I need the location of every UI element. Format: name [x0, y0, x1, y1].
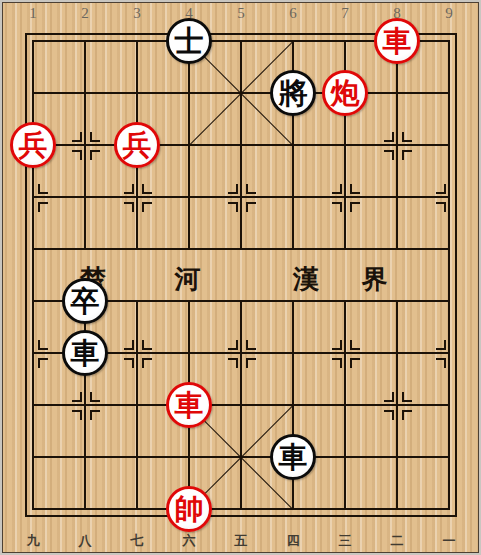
point-marker-f2r3 [90, 132, 100, 142]
point-marker-f7r7 [332, 340, 342, 350]
point-marker-f8r8 [384, 410, 394, 420]
grid-line-file-3-bottom [136, 301, 138, 509]
point-marker-f2r3 [72, 150, 82, 160]
point-marker-f3r7 [142, 340, 152, 350]
point-marker-f1r7 [38, 358, 48, 368]
red-cannon[interactable]: 炮 [322, 70, 368, 116]
grid-line-file-5-bottom [240, 301, 242, 509]
point-marker-f7r4 [350, 184, 360, 194]
point-marker-f3r7 [142, 358, 152, 368]
point-marker-f2r8 [72, 410, 82, 420]
point-marker-f7r7 [350, 340, 360, 350]
point-marker-f8r8 [402, 392, 412, 402]
point-marker-f5r4 [246, 184, 256, 194]
coord-bottom-三: 三 [330, 532, 360, 550]
coord-top-6: 6 [278, 5, 308, 22]
grid-line-file-5-top [240, 41, 242, 249]
point-marker-f2r8 [90, 410, 100, 420]
point-marker-f7r7 [350, 358, 360, 368]
black-chariot[interactable]: 車 [62, 330, 108, 376]
coord-bottom-九: 九 [18, 532, 48, 550]
grid-line-file-2-top [84, 41, 86, 249]
point-marker-f8r3 [402, 132, 412, 142]
point-marker-f3r7 [124, 358, 134, 368]
point-marker-f2r3 [90, 150, 100, 160]
point-marker-f2r8 [90, 392, 100, 402]
point-marker-f5r4 [228, 202, 238, 212]
grid-line-file-9 [448, 41, 450, 509]
grid-line-file-1 [32, 41, 34, 509]
black-advisor[interactable]: 士 [166, 18, 212, 64]
point-marker-f7r7 [332, 358, 342, 368]
grid-line-file-8-top [396, 41, 398, 249]
coord-bottom-五: 五 [226, 532, 256, 550]
coord-top-1: 1 [18, 5, 48, 22]
point-marker-f9r4 [436, 202, 446, 212]
point-marker-f2r3 [72, 132, 82, 142]
river-label-han-jie: 漢 界 [293, 262, 388, 297]
point-marker-f9r7 [436, 358, 446, 368]
point-marker-f3r4 [124, 184, 134, 194]
black-chariot[interactable]: 車 [270, 434, 316, 480]
point-marker-f5r7 [246, 340, 256, 350]
red-soldier[interactable]: 兵 [114, 122, 160, 168]
black-soldier[interactable]: 卒 [62, 278, 108, 324]
point-marker-f3r4 [124, 202, 134, 212]
point-marker-f1r4 [38, 202, 48, 212]
point-marker-f9r4 [436, 184, 446, 194]
point-marker-f5r7 [246, 358, 256, 368]
point-marker-f5r7 [228, 340, 238, 350]
coord-top-7: 7 [330, 5, 360, 22]
point-marker-f8r3 [402, 150, 412, 160]
red-general[interactable]: 帥 [166, 486, 212, 532]
grid-line-file-7-bottom [344, 301, 346, 509]
point-marker-f9r7 [436, 340, 446, 350]
point-marker-f1r7 [38, 340, 48, 350]
point-marker-f7r4 [332, 184, 342, 194]
coord-bottom-二: 二 [382, 532, 412, 550]
black-general[interactable]: 將 [270, 70, 316, 116]
red-soldier[interactable]: 兵 [10, 122, 56, 168]
point-marker-f5r7 [228, 358, 238, 368]
point-marker-f7r4 [332, 202, 342, 212]
point-marker-f8r3 [384, 150, 394, 160]
grid-line-file-8-bottom [396, 301, 398, 509]
coord-bottom-八: 八 [70, 532, 100, 550]
point-marker-f3r4 [142, 184, 152, 194]
point-marker-f5r4 [228, 184, 238, 194]
red-chariot[interactable]: 車 [374, 18, 420, 64]
point-marker-f5r4 [246, 202, 256, 212]
coord-top-9: 9 [434, 5, 464, 22]
point-marker-f7r4 [350, 202, 360, 212]
coord-top-2: 2 [70, 5, 100, 22]
coord-bottom-四: 四 [278, 532, 308, 550]
xiangqi-board[interactable]: 123456789 九八七六五四三二一 楚 河 漢 界 士車將炮兵兵卒車車車帥 [0, 0, 481, 555]
point-marker-f3r7 [124, 340, 134, 350]
point-marker-f1r4 [38, 184, 48, 194]
point-marker-f2r8 [72, 392, 82, 402]
coord-top-3: 3 [122, 5, 152, 22]
coord-bottom-一: 一 [434, 532, 464, 550]
point-marker-f8r8 [384, 392, 394, 402]
point-marker-f3r4 [142, 202, 152, 212]
point-marker-f8r8 [402, 410, 412, 420]
red-chariot[interactable]: 車 [166, 382, 212, 428]
coord-bottom-六: 六 [174, 532, 204, 550]
point-marker-f8r3 [384, 132, 394, 142]
coord-bottom-七: 七 [122, 532, 152, 550]
coord-top-5: 5 [226, 5, 256, 22]
